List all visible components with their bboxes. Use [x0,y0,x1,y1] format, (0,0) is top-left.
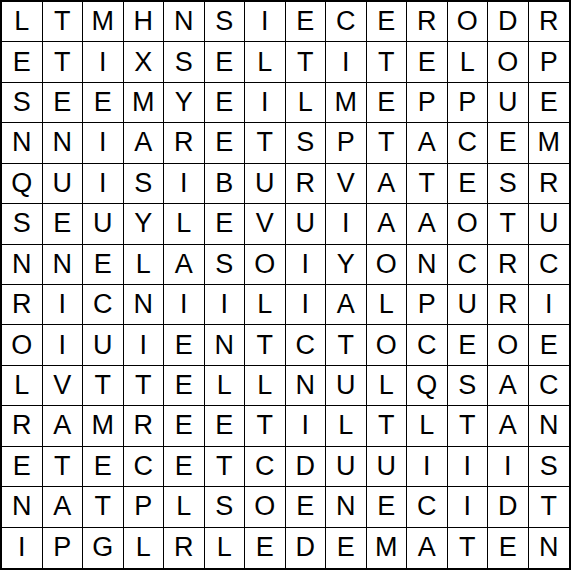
grid-cell[interactable]: D [488,2,529,42]
grid-cell[interactable]: T [488,204,529,244]
grid-cell[interactable]: T [124,366,165,406]
grid-cell[interactable]: E [488,123,529,163]
grid-cell[interactable]: N [43,245,84,285]
grid-cell[interactable]: H [124,2,165,42]
grid-cell[interactable]: A [367,204,408,244]
grid-cell[interactable]: Q [2,164,43,204]
grid-cell[interactable]: P [124,487,165,527]
grid-cell[interactable]: A [43,487,84,527]
grid-cell[interactable]: N [286,366,327,406]
grid-cell[interactable]: E [164,406,205,446]
grid-cell[interactable]: M [529,123,570,163]
grid-cell[interactable]: S [205,487,246,527]
grid-cell[interactable]: I [448,447,489,487]
grid-cell[interactable]: L [164,487,205,527]
grid-cell[interactable]: E [448,325,489,365]
grid-cell[interactable]: S [286,123,327,163]
grid-cell[interactable]: L [2,2,43,42]
grid-cell[interactable]: E [205,123,246,163]
grid-cell[interactable]: N [529,406,570,446]
grid-cell[interactable]: T [205,447,246,487]
grid-cell[interactable]: P [43,528,84,568]
grid-cell[interactable]: E [488,528,529,568]
grid-cell[interactable]: C [529,245,570,285]
grid-cell[interactable]: C [448,123,489,163]
grid-cell[interactable]: G [83,528,124,568]
grid-cell[interactable]: M [83,406,124,446]
grid-cell[interactable]: S [529,447,570,487]
grid-cell[interactable]: E [205,204,246,244]
grid-cell[interactable]: N [2,487,43,527]
grid-cell[interactable]: L [245,285,286,325]
grid-cell[interactable]: A [488,406,529,446]
grid-cell[interactable]: I [529,285,570,325]
grid-cell[interactable]: S [124,164,165,204]
grid-cell[interactable]: A [367,164,408,204]
grid-cell[interactable]: O [448,2,489,42]
grid-cell[interactable]: T [367,42,408,82]
grid-cell[interactable]: O [488,325,529,365]
grid-cell[interactable]: O [448,204,489,244]
grid-cell[interactable]: T [286,42,327,82]
grid-cell[interactable]: I [83,42,124,82]
grid-cell[interactable]: R [286,164,327,204]
grid-cell[interactable]: Y [164,83,205,123]
grid-cell[interactable]: E [367,2,408,42]
grid-cell[interactable]: U [43,164,84,204]
grid-cell[interactable]: U [367,447,408,487]
grid-cell[interactable]: E [245,528,286,568]
grid-cell[interactable]: N [205,325,246,365]
grid-cell[interactable]: T [407,164,448,204]
grid-cell[interactable]: T [43,447,84,487]
grid-cell[interactable]: A [164,245,205,285]
grid-cell[interactable]: L [2,366,43,406]
grid-cell[interactable]: N [529,528,570,568]
grid-cell[interactable]: I [407,447,448,487]
grid-cell[interactable]: L [407,406,448,446]
grid-cell[interactable]: T [529,487,570,527]
grid-cell[interactable]: I [488,447,529,487]
grid-cell[interactable]: T [43,2,84,42]
grid-cell[interactable]: M [83,2,124,42]
grid-cell[interactable]: S [164,42,205,82]
grid-cell[interactable]: E [205,83,246,123]
grid-cell[interactable]: D [488,487,529,527]
grid-cell[interactable]: C [407,487,448,527]
grid-cell[interactable]: Y [124,204,165,244]
grid-cell[interactable]: E [529,83,570,123]
grid-cell[interactable]: R [2,285,43,325]
grid-cell[interactable]: A [43,406,84,446]
grid-cell[interactable]: N [2,123,43,163]
grid-cell[interactable]: U [326,366,367,406]
grid-cell[interactable]: I [164,164,205,204]
grid-cell[interactable]: I [286,406,327,446]
grid-cell[interactable]: I [326,42,367,82]
grid-cell[interactable]: E [83,245,124,285]
grid-cell[interactable]: L [367,366,408,406]
grid-cell[interactable]: A [407,123,448,163]
grid-cell[interactable]: C [83,285,124,325]
grid-cell[interactable]: U [83,204,124,244]
grid-cell[interactable]: A [124,123,165,163]
grid-cell[interactable]: B [205,164,246,204]
grid-cell[interactable]: A [488,366,529,406]
grid-cell[interactable]: E [367,487,408,527]
grid-cell[interactable]: A [407,204,448,244]
grid-cell[interactable]: I [245,2,286,42]
grid-cell[interactable]: L [367,285,408,325]
grid-cell[interactable]: I [83,164,124,204]
grid-cell[interactable]: L [124,528,165,568]
grid-cell[interactable]: A [326,285,367,325]
word-search-grid: LTMHNSIECERODRETIXSELTITELOPSEEMYEILMEPP… [0,0,571,570]
grid-cell[interactable]: R [488,285,529,325]
grid-cell[interactable]: U [245,164,286,204]
grid-cell[interactable]: T [448,528,489,568]
grid-cell[interactable]: L [326,406,367,446]
grid-cell[interactable]: U [529,204,570,244]
grid-cell[interactable]: E [83,447,124,487]
grid-cell[interactable]: I [43,285,84,325]
grid-cell[interactable]: U [448,285,489,325]
grid-cell[interactable]: L [205,366,246,406]
grid-cell[interactable]: N [326,487,367,527]
grid-cell[interactable]: E [205,42,246,82]
grid-cell[interactable]: T [245,123,286,163]
grid-cell[interactable]: C [245,447,286,487]
grid-cell[interactable]: L [448,42,489,82]
grid-cell[interactable]: P [407,285,448,325]
grid-cell[interactable]: O [245,245,286,285]
grid-cell[interactable]: E [326,528,367,568]
grid-cell[interactable]: E [205,406,246,446]
grid-cell[interactable]: E [407,42,448,82]
grid-cell[interactable]: P [407,83,448,123]
grid-cell[interactable]: U [488,83,529,123]
grid-cell[interactable]: M [367,528,408,568]
grid-cell[interactable]: I [43,325,84,365]
grid-cell[interactable]: C [124,447,165,487]
grid-cell[interactable]: C [448,245,489,285]
grid-cell[interactable]: O [2,325,43,365]
grid-cell[interactable]: N [407,245,448,285]
grid-cell[interactable]: D [286,528,327,568]
grid-cell[interactable]: E [43,204,84,244]
grid-cell[interactable]: V [43,366,84,406]
grid-cell[interactable]: S [488,164,529,204]
grid-cell[interactable]: E [2,42,43,82]
grid-cell[interactable]: I [326,204,367,244]
grid-cell[interactable]: P [448,83,489,123]
grid-cell[interactable]: D [286,447,327,487]
grid-cell[interactable]: V [245,204,286,244]
grid-cell[interactable]: R [164,528,205,568]
grid-cell[interactable]: T [245,325,286,365]
grid-cell[interactable]: M [124,83,165,123]
grid-cell[interactable]: Q [407,366,448,406]
grid-cell[interactable]: I [164,285,205,325]
grid-cell[interactable]: O [367,325,408,365]
grid-cell[interactable]: Y [326,245,367,285]
grid-cell[interactable]: C [529,366,570,406]
grid-cell[interactable]: V [326,164,367,204]
grid-cell[interactable]: L [164,204,205,244]
grid-cell[interactable]: U [326,447,367,487]
grid-cell[interactable]: T [43,42,84,82]
grid-cell[interactable]: N [43,123,84,163]
grid-cell[interactable]: I [124,325,165,365]
grid-cell[interactable]: U [286,204,327,244]
grid-cell[interactable]: I [83,123,124,163]
grid-cell[interactable]: I [286,285,327,325]
grid-cell[interactable]: S [2,204,43,244]
grid-cell[interactable]: T [448,406,489,446]
grid-cell[interactable]: N [2,245,43,285]
grid-cell[interactable]: T [245,406,286,446]
grid-cell[interactable]: I [448,487,489,527]
grid-cell[interactable]: O [367,245,408,285]
grid-cell[interactable]: E [286,487,327,527]
grid-cell[interactable]: S [205,2,246,42]
grid-cell[interactable]: L [124,245,165,285]
grid-cell[interactable]: L [245,42,286,82]
grid-cell[interactable]: E [164,325,205,365]
grid-cell[interactable]: P [326,123,367,163]
grid-cell[interactable]: T [83,487,124,527]
grid-cell[interactable]: X [124,42,165,82]
grid-cell[interactable]: M [326,83,367,123]
grid-cell[interactable]: R [529,164,570,204]
grid-cell[interactable]: R [2,406,43,446]
grid-cell[interactable]: R [529,2,570,42]
grid-cell[interactable]: R [164,123,205,163]
grid-cell[interactable]: R [407,2,448,42]
grid-cell[interactable]: E [43,83,84,123]
grid-cell[interactable]: I [2,528,43,568]
grid-cell[interactable]: I [245,83,286,123]
grid-cell[interactable]: E [286,2,327,42]
grid-cell[interactable]: E [83,83,124,123]
grid-cell[interactable]: A [407,528,448,568]
grid-cell[interactable]: T [83,366,124,406]
grid-cell[interactable]: C [407,325,448,365]
grid-cell[interactable]: C [326,2,367,42]
grid-cell[interactable]: N [124,285,165,325]
grid-cell[interactable]: S [448,366,489,406]
grid-cell[interactable]: S [2,83,43,123]
grid-cell[interactable]: L [205,528,246,568]
grid-cell[interactable]: O [488,42,529,82]
grid-cell[interactable]: S [205,245,246,285]
grid-cell[interactable]: U [83,325,124,365]
grid-cell[interactable]: R [124,406,165,446]
grid-cell[interactable]: E [367,83,408,123]
grid-cell[interactable]: O [245,487,286,527]
grid-cell[interactable]: E [164,366,205,406]
grid-cell[interactable]: T [326,325,367,365]
grid-cell[interactable]: P [529,42,570,82]
grid-cell[interactable]: N [164,2,205,42]
grid-cell[interactable]: I [286,245,327,285]
grid-cell[interactable]: E [164,447,205,487]
grid-cell[interactable]: L [286,83,327,123]
grid-cell[interactable]: E [2,447,43,487]
grid-cell[interactable]: R [488,245,529,285]
grid-cell[interactable]: T [367,406,408,446]
grid-cell[interactable]: T [367,123,408,163]
grid-cell[interactable]: E [448,164,489,204]
grid-cell[interactable]: E [529,325,570,365]
grid-cell[interactable]: L [245,366,286,406]
grid-cell[interactable]: C [286,325,327,365]
grid-cell[interactable]: I [205,285,246,325]
